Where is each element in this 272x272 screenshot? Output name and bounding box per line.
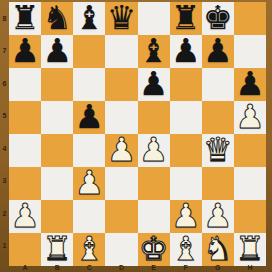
square-f6[interactable] — [170, 68, 202, 101]
square-e6[interactable]: ♟ — [138, 68, 170, 101]
piece-black-king[interactable]: ♚ — [203, 1, 233, 34]
square-d3[interactable] — [105, 167, 137, 200]
piece-white-pawn[interactable]: ♟ — [139, 133, 169, 166]
square-g7[interactable]: ♟ — [202, 35, 234, 68]
square-a2[interactable]: ♟ — [9, 200, 41, 233]
square-b6[interactable] — [41, 68, 73, 101]
piece-black-rook[interactable]: ♜ — [171, 1, 201, 34]
piece-white-rook[interactable]: ♜ — [42, 232, 72, 265]
square-d2[interactable] — [105, 200, 137, 233]
piece-white-king[interactable]: ♚ — [139, 232, 169, 265]
rank-label-2: 2 — [0, 197, 9, 230]
square-e4[interactable]: ♟ — [138, 134, 170, 167]
piece-black-pawn[interactable]: ♟ — [75, 100, 105, 133]
file-label-d: D — [105, 262, 137, 272]
square-b4[interactable] — [41, 134, 73, 167]
square-c5[interactable]: ♟ — [73, 101, 105, 134]
piece-white-pawn[interactable]: ♟ — [107, 133, 137, 166]
piece-black-pawn[interactable]: ♟ — [10, 34, 40, 67]
rank-label-3: 3 — [0, 165, 9, 198]
piece-black-pawn[interactable]: ♟ — [139, 67, 169, 100]
piece-white-pawn[interactable]: ♟ — [75, 166, 105, 199]
piece-white-bishop[interactable]: ♝ — [171, 232, 201, 265]
square-b5[interactable] — [41, 101, 73, 134]
rank-label-7: 7 — [0, 35, 9, 68]
square-d4[interactable]: ♟ — [105, 134, 137, 167]
piece-white-bishop[interactable]: ♝ — [75, 232, 105, 265]
rank-labels: 87654321 — [0, 2, 9, 262]
rank-label-5: 5 — [0, 100, 9, 133]
square-f7[interactable]: ♟ — [170, 35, 202, 68]
rank-label-8: 8 — [0, 2, 9, 35]
piece-white-rook[interactable]: ♜ — [235, 232, 265, 265]
piece-white-pawn[interactable]: ♟ — [171, 199, 201, 232]
rank-label-4: 4 — [0, 132, 9, 165]
file-label-e: E — [138, 262, 170, 272]
file-labels: ABCDEFGH — [9, 262, 266, 272]
square-c8[interactable]: ♝ — [73, 2, 105, 35]
square-f5[interactable] — [170, 101, 202, 134]
file-label-a: A — [9, 262, 41, 272]
square-h4[interactable] — [234, 134, 266, 167]
piece-white-knight[interactable]: ♞ — [203, 232, 233, 265]
square-b3[interactable] — [41, 167, 73, 200]
square-d6[interactable] — [105, 68, 137, 101]
file-label-c: C — [73, 262, 105, 272]
square-a7[interactable]: ♟ — [9, 35, 41, 68]
square-a5[interactable] — [9, 101, 41, 134]
piece-black-pawn[interactable]: ♟ — [203, 34, 233, 67]
square-d7[interactable] — [105, 35, 137, 68]
file-label-f: F — [170, 262, 202, 272]
piece-black-pawn[interactable]: ♟ — [235, 67, 265, 100]
piece-white-pawn[interactable]: ♟ — [235, 100, 265, 133]
file-label-g: G — [202, 262, 234, 272]
chess-board-frame: 87654321 ♜♞♝♛♜♚♟♟♝♟♟♟♟♟♟♟♟♛♟♟♟♟♜♝♚♝♞♜ AB… — [0, 0, 272, 272]
file-label-h: H — [234, 262, 266, 272]
square-e3[interactable] — [138, 167, 170, 200]
square-g4[interactable]: ♛ — [202, 134, 234, 167]
square-a4[interactable] — [9, 134, 41, 167]
rank-label-6: 6 — [0, 67, 9, 100]
file-label-b: B — [41, 262, 73, 272]
square-d8[interactable]: ♛ — [105, 2, 137, 35]
piece-black-rook[interactable]: ♜ — [10, 1, 40, 34]
square-h8[interactable] — [234, 2, 266, 35]
piece-black-bishop[interactable]: ♝ — [75, 1, 105, 34]
piece-white-queen[interactable]: ♛ — [203, 133, 233, 166]
square-a6[interactable] — [9, 68, 41, 101]
square-c7[interactable] — [73, 35, 105, 68]
square-c3[interactable]: ♟ — [73, 167, 105, 200]
piece-black-knight[interactable]: ♞ — [42, 1, 72, 34]
square-f4[interactable] — [170, 134, 202, 167]
square-g6[interactable] — [202, 68, 234, 101]
piece-black-pawn[interactable]: ♟ — [42, 34, 72, 67]
square-h3[interactable] — [234, 167, 266, 200]
square-h5[interactable]: ♟ — [234, 101, 266, 134]
board: ♜♞♝♛♜♚♟♟♝♟♟♟♟♟♟♟♟♛♟♟♟♟♜♝♚♝♞♜ — [9, 2, 266, 262]
rank-label-1: 1 — [0, 230, 9, 263]
piece-black-bishop[interactable]: ♝ — [139, 34, 169, 67]
piece-white-pawn[interactable]: ♟ — [203, 199, 233, 232]
piece-black-queen[interactable]: ♛ — [107, 1, 137, 34]
piece-white-pawn[interactable]: ♟ — [10, 199, 40, 232]
piece-black-pawn[interactable]: ♟ — [171, 34, 201, 67]
square-b7[interactable]: ♟ — [41, 35, 73, 68]
